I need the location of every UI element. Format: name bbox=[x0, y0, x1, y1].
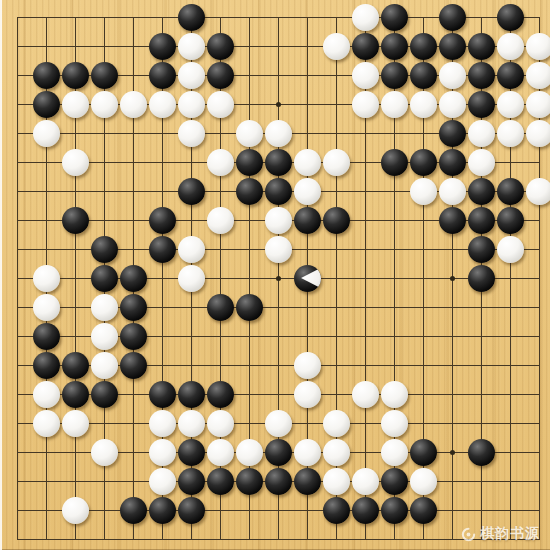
black-stone[interactable] bbox=[410, 149, 437, 176]
white-stone[interactable] bbox=[410, 91, 437, 118]
black-stone[interactable] bbox=[62, 207, 89, 234]
black-stone[interactable] bbox=[323, 207, 350, 234]
white-stone[interactable] bbox=[294, 178, 321, 205]
black-stone[interactable] bbox=[207, 468, 234, 495]
black-stone[interactable] bbox=[149, 381, 176, 408]
black-stone[interactable] bbox=[265, 178, 292, 205]
black-stone[interactable] bbox=[178, 439, 205, 466]
white-stone[interactable] bbox=[526, 62, 550, 89]
black-stone[interactable] bbox=[207, 62, 234, 89]
black-stone[interactable] bbox=[178, 4, 205, 31]
white-stone[interactable] bbox=[178, 120, 205, 147]
black-stone[interactable] bbox=[178, 497, 205, 524]
black-stone[interactable] bbox=[91, 381, 118, 408]
white-stone[interactable] bbox=[439, 62, 466, 89]
white-stone[interactable] bbox=[352, 91, 379, 118]
black-stone[interactable] bbox=[381, 4, 408, 31]
black-stone[interactable] bbox=[120, 497, 147, 524]
white-stone[interactable] bbox=[439, 91, 466, 118]
white-stone[interactable] bbox=[294, 352, 321, 379]
black-stone[interactable] bbox=[294, 207, 321, 234]
black-stone[interactable] bbox=[468, 265, 495, 292]
white-stone[interactable] bbox=[497, 236, 524, 263]
white-stone[interactable] bbox=[352, 62, 379, 89]
white-stone[interactable] bbox=[468, 120, 495, 147]
white-stone[interactable] bbox=[439, 178, 466, 205]
white-stone[interactable] bbox=[265, 410, 292, 437]
black-stone[interactable] bbox=[91, 62, 118, 89]
white-stone[interactable] bbox=[352, 381, 379, 408]
black-stone[interactable] bbox=[381, 497, 408, 524]
white-stone[interactable] bbox=[207, 91, 234, 118]
white-stone[interactable] bbox=[178, 265, 205, 292]
black-stone[interactable] bbox=[149, 497, 176, 524]
screenshot-root: 棋韵书源 bbox=[0, 0, 550, 550]
black-stone[interactable] bbox=[149, 62, 176, 89]
white-stone[interactable] bbox=[381, 91, 408, 118]
white-stone[interactable] bbox=[381, 439, 408, 466]
black-stone[interactable] bbox=[468, 91, 495, 118]
black-stone[interactable] bbox=[410, 439, 437, 466]
black-stone[interactable] bbox=[497, 207, 524, 234]
black-stone[interactable] bbox=[62, 62, 89, 89]
white-stone[interactable] bbox=[207, 207, 234, 234]
black-stone[interactable] bbox=[468, 33, 495, 60]
black-stone[interactable] bbox=[149, 33, 176, 60]
white-stone[interactable] bbox=[497, 120, 524, 147]
black-stone[interactable] bbox=[207, 381, 234, 408]
star-point bbox=[276, 102, 281, 107]
black-stone[interactable] bbox=[178, 381, 205, 408]
star-point bbox=[450, 276, 455, 281]
black-stone[interactable] bbox=[352, 497, 379, 524]
black-stone[interactable] bbox=[410, 62, 437, 89]
white-stone[interactable] bbox=[149, 410, 176, 437]
white-stone[interactable] bbox=[178, 62, 205, 89]
white-stone[interactable] bbox=[178, 410, 205, 437]
white-stone[interactable] bbox=[294, 439, 321, 466]
black-stone[interactable] bbox=[323, 497, 350, 524]
black-stone[interactable] bbox=[207, 294, 234, 321]
black-stone[interactable] bbox=[236, 178, 263, 205]
white-stone[interactable] bbox=[178, 236, 205, 263]
white-stone[interactable] bbox=[207, 410, 234, 437]
black-stone[interactable] bbox=[497, 62, 524, 89]
black-stone[interactable] bbox=[468, 207, 495, 234]
black-stone[interactable] bbox=[120, 294, 147, 321]
white-stone[interactable] bbox=[62, 149, 89, 176]
white-stone[interactable] bbox=[323, 439, 350, 466]
white-stone[interactable] bbox=[265, 120, 292, 147]
white-stone[interactable] bbox=[381, 410, 408, 437]
white-stone[interactable] bbox=[91, 294, 118, 321]
white-stone[interactable] bbox=[207, 439, 234, 466]
black-stone[interactable] bbox=[236, 149, 263, 176]
black-stone[interactable] bbox=[439, 33, 466, 60]
black-stone[interactable] bbox=[33, 352, 60, 379]
white-stone[interactable] bbox=[410, 178, 437, 205]
black-stone[interactable] bbox=[120, 265, 147, 292]
black-stone[interactable] bbox=[468, 178, 495, 205]
black-stone[interactable] bbox=[439, 207, 466, 234]
black-stone[interactable] bbox=[178, 178, 205, 205]
star-point bbox=[450, 450, 455, 455]
white-stone[interactable] bbox=[33, 381, 60, 408]
white-stone[interactable] bbox=[62, 410, 89, 437]
white-stone[interactable] bbox=[410, 468, 437, 495]
black-stone[interactable] bbox=[33, 323, 60, 350]
black-stone[interactable] bbox=[178, 468, 205, 495]
white-stone[interactable] bbox=[91, 439, 118, 466]
black-stone[interactable] bbox=[33, 62, 60, 89]
black-stone[interactable] bbox=[468, 439, 495, 466]
white-stone[interactable] bbox=[497, 91, 524, 118]
black-stone[interactable] bbox=[294, 468, 321, 495]
last-move-marker bbox=[294, 265, 321, 292]
black-stone[interactable] bbox=[236, 468, 263, 495]
white-stone[interactable] bbox=[294, 381, 321, 408]
black-stone[interactable] bbox=[381, 149, 408, 176]
white-stone[interactable] bbox=[236, 120, 263, 147]
black-stone[interactable] bbox=[149, 207, 176, 234]
white-stone[interactable] bbox=[526, 178, 550, 205]
white-stone[interactable] bbox=[265, 207, 292, 234]
black-stone[interactable] bbox=[265, 468, 292, 495]
white-stone[interactable] bbox=[526, 120, 550, 147]
white-stone[interactable] bbox=[265, 236, 292, 263]
white-stone[interactable] bbox=[120, 91, 147, 118]
white-stone[interactable] bbox=[323, 33, 350, 60]
black-stone[interactable] bbox=[468, 236, 495, 263]
white-stone[interactable] bbox=[323, 149, 350, 176]
black-stone[interactable] bbox=[381, 33, 408, 60]
white-stone[interactable] bbox=[352, 4, 379, 31]
white-stone[interactable] bbox=[178, 91, 205, 118]
white-stone[interactable] bbox=[323, 468, 350, 495]
black-stone[interactable] bbox=[439, 120, 466, 147]
white-stone[interactable] bbox=[33, 410, 60, 437]
white-stone[interactable] bbox=[149, 439, 176, 466]
black-stone[interactable] bbox=[381, 468, 408, 495]
black-stone[interactable] bbox=[265, 439, 292, 466]
white-stone[interactable] bbox=[381, 381, 408, 408]
black-stone[interactable] bbox=[120, 352, 147, 379]
white-stone[interactable] bbox=[91, 91, 118, 118]
black-stone[interactable] bbox=[468, 62, 495, 89]
black-stone[interactable] bbox=[91, 236, 118, 263]
black-stone[interactable] bbox=[207, 33, 234, 60]
white-stone[interactable] bbox=[91, 323, 118, 350]
black-stone[interactable] bbox=[120, 323, 147, 350]
black-stone[interactable] bbox=[149, 236, 176, 263]
white-stone[interactable] bbox=[294, 149, 321, 176]
white-stone[interactable] bbox=[497, 33, 524, 60]
go-board[interactable] bbox=[0, 0, 550, 550]
black-stone[interactable] bbox=[91, 265, 118, 292]
white-stone[interactable] bbox=[149, 91, 176, 118]
black-stone[interactable] bbox=[381, 62, 408, 89]
white-stone[interactable] bbox=[33, 294, 60, 321]
black-stone[interactable] bbox=[497, 178, 524, 205]
white-stone[interactable] bbox=[352, 468, 379, 495]
grid-line bbox=[17, 510, 540, 511]
black-stone[interactable] bbox=[497, 4, 524, 31]
white-stone[interactable] bbox=[236, 439, 263, 466]
white-stone[interactable] bbox=[526, 33, 550, 60]
black-stone[interactable] bbox=[62, 352, 89, 379]
white-stone[interactable] bbox=[207, 149, 234, 176]
star-point bbox=[276, 276, 281, 281]
white-stone[interactable] bbox=[62, 497, 89, 524]
last-move-stone[interactable] bbox=[294, 265, 321, 292]
black-stone[interactable] bbox=[236, 294, 263, 321]
white-stone[interactable] bbox=[62, 91, 89, 118]
grid-line bbox=[17, 539, 540, 540]
black-stone[interactable] bbox=[410, 33, 437, 60]
white-stone[interactable] bbox=[33, 120, 60, 147]
black-stone[interactable] bbox=[439, 149, 466, 176]
white-stone[interactable] bbox=[149, 468, 176, 495]
white-stone[interactable] bbox=[178, 33, 205, 60]
white-stone[interactable] bbox=[33, 265, 60, 292]
white-stone[interactable] bbox=[91, 352, 118, 379]
black-stone[interactable] bbox=[439, 4, 466, 31]
black-stone[interactable] bbox=[410, 497, 437, 524]
black-stone[interactable] bbox=[62, 381, 89, 408]
white-stone[interactable] bbox=[323, 410, 350, 437]
black-stone[interactable] bbox=[33, 91, 60, 118]
white-stone[interactable] bbox=[526, 91, 550, 118]
white-stone[interactable] bbox=[468, 149, 495, 176]
black-stone[interactable] bbox=[265, 149, 292, 176]
black-stone[interactable] bbox=[352, 33, 379, 60]
